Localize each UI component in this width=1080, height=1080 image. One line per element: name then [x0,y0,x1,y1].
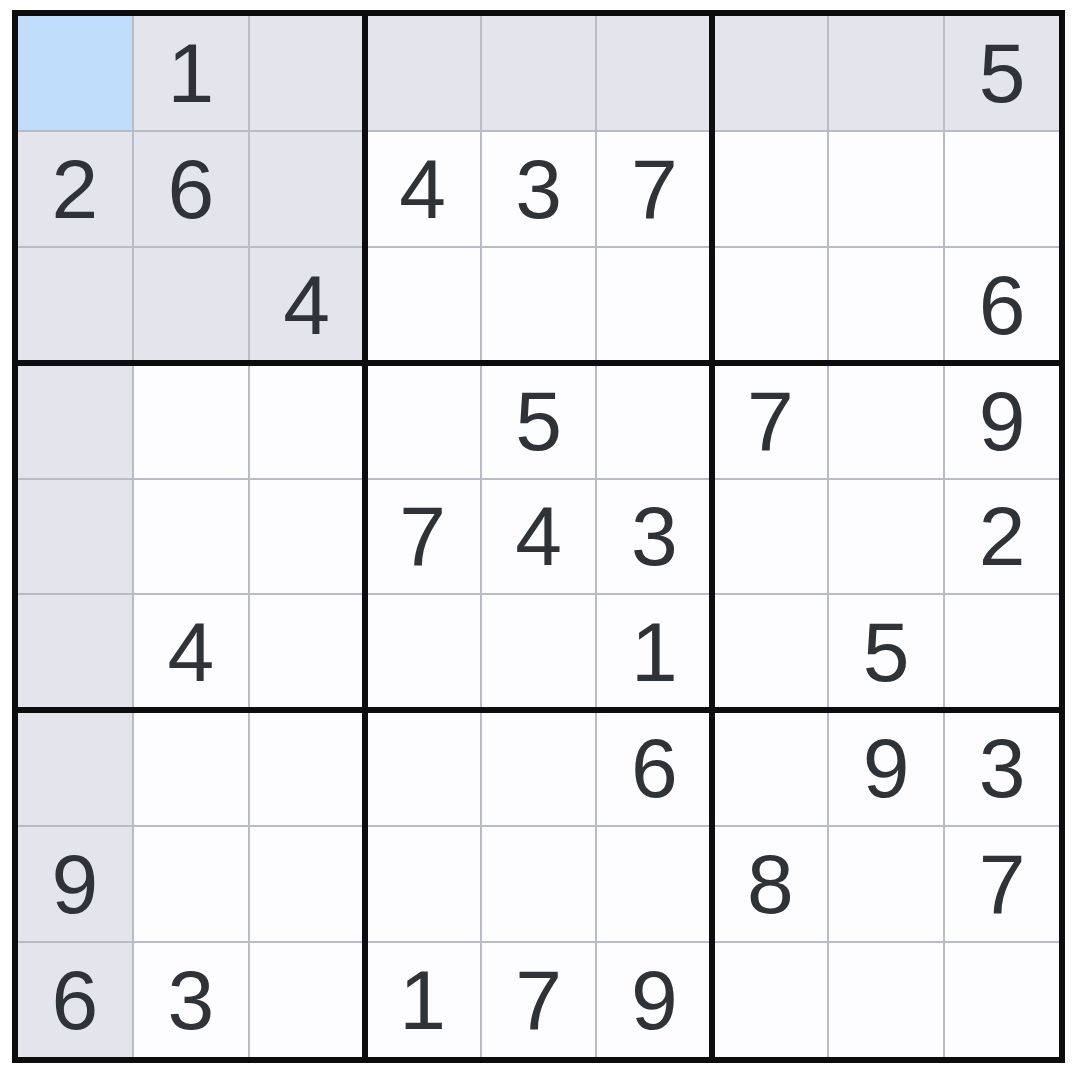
cell-r9c9[interactable] [945,943,1059,1057]
cell-r1c4[interactable] [366,16,480,130]
cell-r3c6[interactable] [597,248,711,362]
cell-r5c3[interactable] [250,480,364,594]
cell-r1c8[interactable] [829,16,943,130]
cell-r5c1[interactable] [18,480,132,594]
cell-r2c3[interactable] [250,132,364,246]
cell-r4c7[interactable]: 7 [713,364,827,478]
cell-r3c1[interactable] [18,248,132,362]
cell-r6c3[interactable] [250,595,364,709]
cell-r4c9[interactable]: 9 [945,364,1059,478]
cell-r9c4[interactable]: 1 [366,943,480,1057]
cell-r5c9[interactable]: 2 [945,480,1059,594]
cell-r7c7[interactable] [713,711,827,825]
cell-r5c2[interactable] [134,480,248,594]
cell-r6c4[interactable] [366,595,480,709]
cell-r9c6[interactable]: 9 [597,943,711,1057]
cell-r8c8[interactable] [829,827,943,941]
cell-r6c7[interactable] [713,595,827,709]
cell-r4c4[interactable] [366,364,480,478]
cell-r6c6[interactable]: 1 [597,595,711,709]
cell-r2c9[interactable] [945,132,1059,246]
cell-r5c8[interactable] [829,480,943,594]
cell-r5c4[interactable]: 7 [366,480,480,594]
cell-r9c8[interactable] [829,943,943,1057]
cell-r7c9[interactable]: 3 [945,711,1059,825]
cell-r7c6[interactable]: 6 [597,711,711,825]
cell-r9c1[interactable]: 6 [18,943,132,1057]
cell-r7c3[interactable] [250,711,364,825]
cell-r1c3[interactable] [250,16,364,130]
cell-r9c5[interactable]: 7 [482,943,596,1057]
cell-r3c5[interactable] [482,248,596,362]
cell-r3c3[interactable]: 4 [250,248,364,362]
cell-r4c1[interactable] [18,364,132,478]
cell-r8c6[interactable] [597,827,711,941]
cell-r7c8[interactable]: 9 [829,711,943,825]
cell-r8c5[interactable] [482,827,596,941]
cell-r9c2[interactable]: 3 [134,943,248,1057]
cell-r8c7[interactable]: 8 [713,827,827,941]
cell-r8c3[interactable] [250,827,364,941]
cell-r5c5[interactable]: 4 [482,480,596,594]
cell-r3c7[interactable] [713,248,827,362]
cell-r6c9[interactable] [945,595,1059,709]
cell-r7c2[interactable] [134,711,248,825]
cell-r1c9[interactable]: 5 [945,16,1059,130]
cell-r3c9[interactable]: 6 [945,248,1059,362]
cell-r2c6[interactable]: 7 [597,132,711,246]
cell-r2c1[interactable]: 2 [18,132,132,246]
cell-r2c4[interactable]: 4 [366,132,480,246]
cell-r4c8[interactable] [829,364,943,478]
cell-r1c2[interactable]: 1 [134,16,248,130]
cell-r1c5[interactable] [482,16,596,130]
cell-r7c1[interactable] [18,711,132,825]
cell-r1c6[interactable] [597,16,711,130]
cell-r4c2[interactable] [134,364,248,478]
cell-r2c7[interactable] [713,132,827,246]
cell-r5c7[interactable] [713,480,827,594]
cell-r8c2[interactable] [134,827,248,941]
cell-r2c2[interactable]: 6 [134,132,248,246]
cell-r9c7[interactable] [713,943,827,1057]
cell-r6c2[interactable]: 4 [134,595,248,709]
cell-r4c3[interactable] [250,364,364,478]
cell-r9c3[interactable] [250,943,364,1057]
cell-r6c5[interactable] [482,595,596,709]
cell-r4c5[interactable]: 5 [482,364,596,478]
cell-r8c4[interactable] [366,827,480,941]
cell-r4c6[interactable] [597,364,711,478]
cell-r6c8[interactable]: 5 [829,595,943,709]
cell-r1c7[interactable] [713,16,827,130]
sudoku-board: 152643746579743241569398763179 [12,10,1065,1063]
cell-r3c4[interactable] [366,248,480,362]
cell-r1c1[interactable] [18,16,132,130]
cell-r8c9[interactable]: 7 [945,827,1059,941]
cell-r7c4[interactable] [366,711,480,825]
sudoku-screen: 152643746579743241569398763179 [0,0,1080,1080]
cell-r6c1[interactable] [18,595,132,709]
cell-r5c6[interactable]: 3 [597,480,711,594]
cell-r3c8[interactable] [829,248,943,362]
cell-r7c5[interactable] [482,711,596,825]
cell-r8c1[interactable]: 9 [18,827,132,941]
cell-r2c5[interactable]: 3 [482,132,596,246]
cell-r2c8[interactable] [829,132,943,246]
cell-r3c2[interactable] [134,248,248,362]
